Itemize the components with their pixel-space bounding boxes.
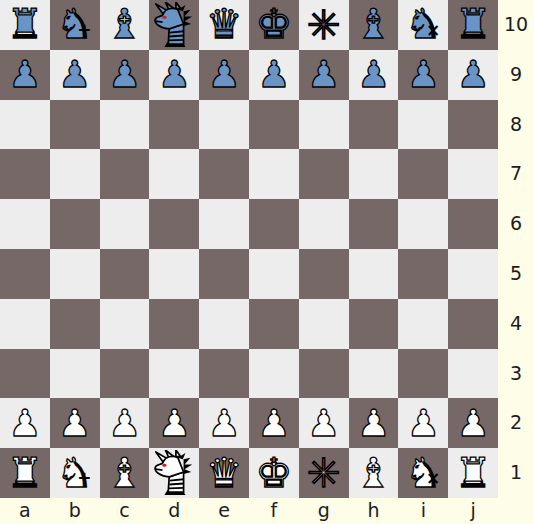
square-i1[interactable]: ♞× xyxy=(398,448,448,498)
piece-black-dragon xyxy=(151,2,197,48)
rank-labels: 10987654321 xyxy=(498,0,534,498)
square-e8[interactable] xyxy=(199,100,249,150)
square-d6[interactable] xyxy=(149,199,199,249)
square-f7[interactable] xyxy=(249,149,299,199)
file-label-e: e xyxy=(199,498,249,524)
piece-black-star: ✳ xyxy=(307,5,341,45)
file-label-i: i xyxy=(398,498,448,524)
square-i10[interactable]: ♞× xyxy=(398,0,448,50)
square-c6[interactable] xyxy=(100,199,150,249)
square-f4[interactable] xyxy=(249,299,299,349)
piece-black-pawn: ♟ xyxy=(407,56,440,93)
piece-white-pawn: ♟ xyxy=(208,405,241,442)
square-a6[interactable] xyxy=(0,199,50,249)
piece-white-pawn: ♟ xyxy=(456,405,489,442)
square-a10[interactable]: ♜ xyxy=(0,0,50,50)
square-b1[interactable]: ♞+ xyxy=(50,448,100,498)
square-h8[interactable] xyxy=(349,100,399,150)
square-e1[interactable]: ♛ xyxy=(199,448,249,498)
knight-plus-mark: + xyxy=(77,22,91,39)
piece-white-pawn: ♟ xyxy=(58,405,91,442)
square-d3[interactable] xyxy=(149,349,199,399)
rank-label-10: 10 xyxy=(498,0,534,50)
square-h4[interactable] xyxy=(349,299,399,349)
square-g2[interactable]: ♟ xyxy=(299,398,349,448)
square-a5[interactable] xyxy=(0,249,50,299)
square-e6[interactable] xyxy=(199,199,249,249)
square-e9[interactable]: ♟ xyxy=(199,50,249,100)
square-f1[interactable]: ♚ xyxy=(249,448,299,498)
square-a8[interactable] xyxy=(0,100,50,150)
piece-black-pawn: ♟ xyxy=(208,56,241,93)
square-i9[interactable]: ♟ xyxy=(398,50,448,100)
square-j10[interactable]: ♜ xyxy=(448,0,498,50)
piece-white-pawn: ♟ xyxy=(357,405,390,442)
square-a3[interactable] xyxy=(0,349,50,399)
square-j9[interactable]: ♟ xyxy=(448,50,498,100)
rank-label-9: 9 xyxy=(498,50,534,100)
square-j1[interactable]: ♜ xyxy=(448,448,498,498)
rank-label-5: 5 xyxy=(498,249,534,299)
square-a2[interactable]: ♟ xyxy=(0,398,50,448)
square-d5[interactable] xyxy=(149,249,199,299)
square-e5[interactable] xyxy=(199,249,249,299)
square-g1[interactable]: ✳ xyxy=(299,448,349,498)
square-f8[interactable] xyxy=(249,100,299,150)
square-c5[interactable] xyxy=(100,249,150,299)
piece-black-pawn: ♟ xyxy=(158,56,191,93)
piece-black-bishop: ♝ xyxy=(106,4,143,45)
rank-label-4: 4 xyxy=(498,299,534,349)
square-b8[interactable] xyxy=(50,100,100,150)
square-f9[interactable]: ♟ xyxy=(249,50,299,100)
piece-black-pawn: ♟ xyxy=(456,56,489,93)
square-i8[interactable] xyxy=(398,100,448,150)
square-h1[interactable]: ♝ xyxy=(349,448,399,498)
piece-white-pawn: ♟ xyxy=(407,405,440,442)
file-label-b: b xyxy=(50,498,100,524)
piece-white-pawn: ♟ xyxy=(8,405,41,442)
square-b9[interactable]: ♟ xyxy=(50,50,100,100)
file-label-h: h xyxy=(349,498,399,524)
file-labels: abcdefghij xyxy=(0,498,498,524)
piece-black-rook: ♜ xyxy=(7,4,44,45)
square-b4[interactable] xyxy=(50,299,100,349)
square-h10[interactable]: ♝ xyxy=(349,0,399,50)
square-h7[interactable] xyxy=(349,149,399,199)
square-e3[interactable] xyxy=(199,349,249,399)
piece-white-pawn: ♟ xyxy=(158,405,191,442)
square-e2[interactable]: ♟ xyxy=(199,398,249,448)
piece-white-king: ♚ xyxy=(256,453,293,494)
square-f2[interactable]: ♟ xyxy=(249,398,299,448)
square-j2[interactable]: ♟ xyxy=(448,398,498,448)
square-g3[interactable] xyxy=(299,349,349,399)
chess-board: ♜♞+♝♛♚✳♝♞×♜♟♟♟♟♟♟♟♟♟♟♟♟♟♟♟♟♟♟♟♟♜♞+♝♛♚✳♝♞… xyxy=(0,0,498,498)
square-d7[interactable] xyxy=(149,149,199,199)
piece-black-pawn: ♟ xyxy=(357,56,390,93)
square-i6[interactable] xyxy=(398,199,448,249)
piece-black-bishop: ♝ xyxy=(355,4,392,45)
piece-black-pawn: ♟ xyxy=(58,56,91,93)
rank-label-3: 3 xyxy=(498,349,534,399)
square-c2[interactable]: ♟ xyxy=(100,398,150,448)
game-window: ♜♞+♝♛♚✳♝♞×♜♟♟♟♟♟♟♟♟♟♟♟♟♟♟♟♟♟♟♟♟♜♞+♝♛♚✳♝♞… xyxy=(0,0,534,524)
square-a1[interactable]: ♜ xyxy=(0,448,50,498)
square-a7[interactable] xyxy=(0,149,50,199)
square-b3[interactable] xyxy=(50,349,100,399)
piece-white-queen: ♛ xyxy=(206,453,243,494)
square-j6[interactable] xyxy=(448,199,498,249)
square-h3[interactable] xyxy=(349,349,399,399)
rank-label-1: 1 xyxy=(498,448,534,498)
square-h5[interactable] xyxy=(349,249,399,299)
piece-black-pawn: ♟ xyxy=(307,56,340,93)
square-g9[interactable]: ♟ xyxy=(299,50,349,100)
square-b6[interactable] xyxy=(50,199,100,249)
square-j5[interactable] xyxy=(448,249,498,299)
file-label-j: j xyxy=(448,498,498,524)
piece-black-pawn: ♟ xyxy=(108,56,141,93)
square-c8[interactable] xyxy=(100,100,150,150)
piece-black-queen: ♛ xyxy=(206,4,243,45)
rank-label-2: 2 xyxy=(498,398,534,448)
square-i4[interactable] xyxy=(398,299,448,349)
piece-white-star: ✳ xyxy=(307,453,341,493)
piece-white-bishop: ♝ xyxy=(106,453,143,494)
rank-label-6: 6 xyxy=(498,199,534,249)
square-e4[interactable] xyxy=(199,299,249,349)
square-j4[interactable] xyxy=(448,299,498,349)
piece-black-pawn: ♟ xyxy=(257,56,290,93)
square-c10[interactable]: ♝ xyxy=(100,0,150,50)
square-i3[interactable] xyxy=(398,349,448,399)
file-label-g: g xyxy=(299,498,349,524)
square-d8[interactable] xyxy=(149,100,199,150)
piece-black-king: ♚ xyxy=(256,4,293,45)
square-c1[interactable]: ♝ xyxy=(100,448,150,498)
piece-black-rook: ♜ xyxy=(455,4,492,45)
square-j8[interactable] xyxy=(448,100,498,150)
square-f6[interactable] xyxy=(249,199,299,249)
file-label-f: f xyxy=(249,498,299,524)
piece-white-pawn: ♟ xyxy=(257,405,290,442)
square-d2[interactable]: ♟ xyxy=(149,398,199,448)
piece-white-dragon xyxy=(151,450,197,496)
piece-white-pawn: ♟ xyxy=(108,405,141,442)
piece-black-pawn: ♟ xyxy=(8,56,41,93)
piece-white-rook: ♜ xyxy=(455,453,492,494)
square-b2[interactable]: ♟ xyxy=(50,398,100,448)
square-g5[interactable] xyxy=(299,249,349,299)
square-b10[interactable]: ♞+ xyxy=(50,0,100,50)
knight-cross-mark: × xyxy=(426,470,440,487)
file-label-d: d xyxy=(149,498,199,524)
rank-label-7: 7 xyxy=(498,149,534,199)
square-b7[interactable] xyxy=(50,149,100,199)
piece-white-pawn: ♟ xyxy=(307,405,340,442)
square-e7[interactable] xyxy=(199,149,249,199)
square-h6[interactable] xyxy=(349,199,399,249)
file-label-a: a xyxy=(0,498,50,524)
square-d4[interactable] xyxy=(149,299,199,349)
square-c4[interactable] xyxy=(100,299,150,349)
square-i7[interactable] xyxy=(398,149,448,199)
square-c7[interactable] xyxy=(100,149,150,199)
square-g4[interactable] xyxy=(299,299,349,349)
rank-label-8: 8 xyxy=(498,100,534,150)
piece-white-bishop: ♝ xyxy=(355,453,392,494)
square-a4[interactable] xyxy=(0,299,50,349)
square-b5[interactable] xyxy=(50,249,100,299)
square-d10[interactable] xyxy=(149,0,199,50)
square-i5[interactable] xyxy=(398,249,448,299)
square-d9[interactable]: ♟ xyxy=(149,50,199,100)
knight-cross-mark: × xyxy=(426,22,440,39)
square-i2[interactable]: ♟ xyxy=(398,398,448,448)
file-label-c: c xyxy=(100,498,150,524)
square-h9[interactable]: ♟ xyxy=(349,50,399,100)
square-j3[interactable] xyxy=(448,349,498,399)
square-g7[interactable] xyxy=(299,149,349,199)
square-g8[interactable] xyxy=(299,100,349,150)
square-e10[interactable]: ♛ xyxy=(199,0,249,50)
square-a9[interactable]: ♟ xyxy=(0,50,50,100)
square-g6[interactable] xyxy=(299,199,349,249)
square-j7[interactable] xyxy=(448,149,498,199)
square-c3[interactable] xyxy=(100,349,150,399)
square-f10[interactable]: ♚ xyxy=(249,0,299,50)
square-c9[interactable]: ♟ xyxy=(100,50,150,100)
square-g10[interactable]: ✳ xyxy=(299,0,349,50)
square-f3[interactable] xyxy=(249,349,299,399)
square-h2[interactable]: ♟ xyxy=(349,398,399,448)
piece-white-rook: ♜ xyxy=(7,453,44,494)
square-f5[interactable] xyxy=(249,249,299,299)
square-d1[interactable] xyxy=(149,448,199,498)
knight-plus-mark: + xyxy=(77,470,91,487)
